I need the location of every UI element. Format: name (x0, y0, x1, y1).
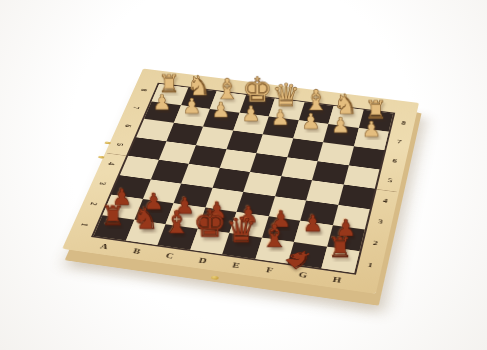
rank-label-right-1: 1 (358, 253, 382, 278)
piece-glyph-box: ♟ (235, 104, 265, 125)
piece-glyph-box: ♟ (176, 96, 206, 117)
rank-label-right-2: 2 (363, 231, 387, 255)
square-e4 (243, 172, 281, 196)
board-frame: ♜♞♝♚♛♝♞♜♟♟♟♟♟♟♟♟♟♟♟♟♟♟♟♟♜♞♝♚♛♝♞♜ ABCDEFG… (62, 68, 419, 293)
file-label-h: H (318, 271, 355, 289)
piece-glyph-box: ♟ (205, 100, 235, 121)
piece-glyph-box: ♟ (355, 119, 386, 140)
piece-glyph-box: ♟ (295, 111, 326, 132)
piece-glyph-box: ♟ (296, 212, 329, 235)
square-d5 (219, 149, 256, 172)
square-h7: ♟ (354, 128, 389, 150)
square-f5 (281, 157, 318, 180)
rank-label-right-3: 3 (369, 210, 392, 234)
square-h6 (348, 146, 384, 169)
square-c1: ♝ (158, 224, 198, 250)
rank-label-right-5: 5 (379, 169, 402, 191)
chess-board-3d: ♜♞♝♚♛♝♞♜♟♟♟♟♟♟♟♟♟♟♟♟♟♟♟♟♜♞♝♚♛♝♞♜ ABCDEFG… (62, 68, 419, 293)
piece-dark-bishop-f1: ♝ (260, 221, 288, 253)
piece-light-pawn-b7: ♟ (182, 96, 201, 117)
piece-dark-queen-e1: ♛ (226, 213, 257, 248)
piece-glyph-box: ♞ (128, 204, 161, 234)
piece-light-pawn-g7: ♟ (331, 115, 350, 136)
piece-glyph-box: ♛ (225, 213, 258, 248)
rank-label-right-6: 6 (384, 150, 406, 172)
piece-light-pawn-h7: ♟ (361, 119, 380, 140)
piece-glyph-box: ♝ (257, 221, 290, 253)
square-g5 (312, 161, 348, 185)
piece-dark-knight-b1: ♞ (131, 204, 158, 234)
piece-glyph-box: ♜ (97, 203, 130, 230)
piece-glyph-box: ♝ (160, 207, 193, 238)
square-e5 (250, 153, 287, 176)
piece-glyph-box: ♚ (192, 205, 225, 243)
piece-glyph-box: ♟ (325, 115, 356, 136)
piece-dark-rook-a1: ♜ (101, 203, 125, 230)
piece-glyph-box: ♟ (147, 93, 177, 114)
piece-light-pawn-c7: ♟ (211, 100, 230, 121)
square-g7: ♟ (323, 124, 358, 146)
piece-stand: ♞ (290, 254, 323, 259)
photo-canvas: ♜♞♝♚♛♝♞♜♟♟♟♟♟♟♟♟♟♟♟♟♟♟♟♟♜♞♝♚♛♝♞♜ ABCDEFG… (0, 0, 487, 350)
piece-dark-pawn-g2: ♟ (302, 212, 323, 235)
piece-light-pawn-d7: ♟ (241, 104, 260, 125)
piece-dark-king-d1: ♚ (192, 205, 226, 243)
piece-dark-bishop-c1: ♝ (163, 207, 191, 238)
rank-label-right-4: 4 (374, 189, 397, 212)
piece-glyph-box: ♟ (265, 108, 296, 129)
piece-light-pawn-f7: ♟ (301, 111, 320, 132)
square-e7: ♟ (263, 116, 299, 138)
brass-clasp (211, 275, 220, 280)
piece-light-pawn-e7: ♟ (271, 108, 290, 129)
piece-glyph-box: ♜ (323, 234, 357, 262)
square-h4 (338, 184, 375, 208)
rank-label-right-7: 7 (388, 131, 410, 152)
rank-label-right-8: 8 (393, 113, 415, 134)
square-h1: ♜ (321, 246, 360, 273)
piece-light-pawn-a7: ♟ (152, 93, 171, 114)
piece-dark-rook-h1: ♜ (327, 234, 352, 262)
square-c5 (189, 145, 226, 168)
